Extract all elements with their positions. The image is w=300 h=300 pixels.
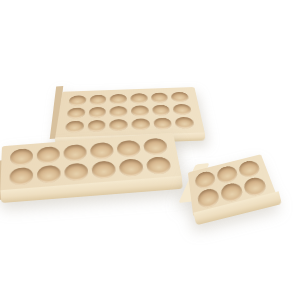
pit	[37, 146, 60, 164]
mancala-board-6-pits	[192, 128, 278, 223]
pit	[130, 93, 148, 104]
pit	[194, 170, 216, 191]
pit	[37, 165, 61, 184]
pit	[63, 144, 87, 162]
pit	[146, 156, 172, 175]
pit	[150, 92, 168, 103]
product-photo-scene	[0, 0, 300, 300]
pit	[64, 163, 89, 182]
pit	[10, 148, 33, 166]
pit	[90, 142, 115, 160]
pit	[237, 159, 261, 179]
pit	[68, 95, 86, 106]
pit	[143, 138, 169, 156]
pit	[116, 140, 141, 158]
pit	[171, 92, 190, 103]
pit	[9, 167, 33, 186]
pit	[118, 158, 144, 177]
pit	[91, 160, 116, 179]
pit	[89, 95, 106, 106]
pit	[216, 164, 239, 184]
mancala-board-12-pits	[0, 112, 182, 202]
pit	[110, 94, 127, 105]
